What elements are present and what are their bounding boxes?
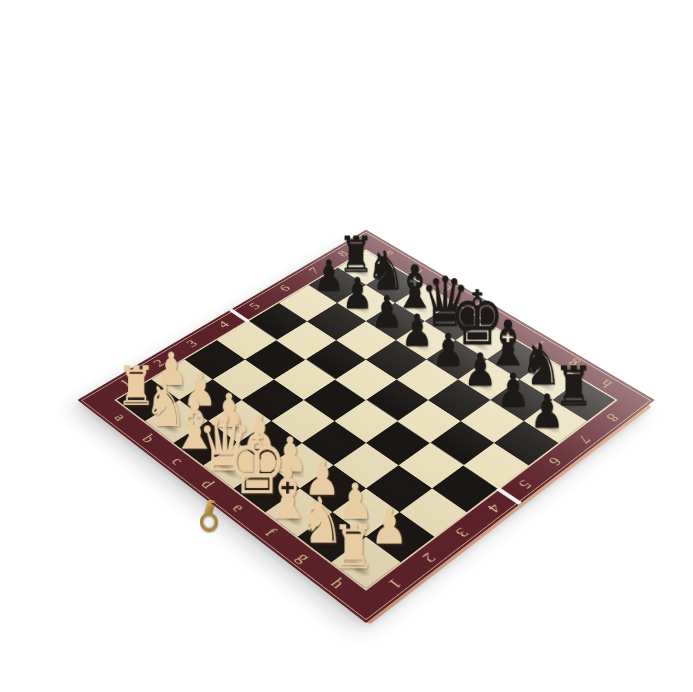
clasp-hook-ring [198,511,220,534]
piece-shadow [496,355,526,374]
piece-shadow [467,374,497,393]
piece-shadow [213,460,243,482]
piece-shadow [183,437,213,458]
board-scene: ♜♞♝♛♚♝♞♜♟♟♟♟♟♟♟♟♟♟♟♟♟♟♟♟♜♞♝♛♚♝♞♜ aa88bb7… [162,196,570,604]
piece-shadow [310,483,341,506]
piece-shadow [217,416,246,437]
piece-shadow [154,416,183,437]
piece-shadow [562,395,593,415]
piece-shadow [126,395,154,415]
playing-area: ♜♞♝♛♚♝♞♜♟♟♟♟♟♟♟♟♟♟♟♟♟♟♟♟♜♞♝♛♚♝♞♜ [117,251,615,589]
board-top-layer: ♜♞♝♛♚♝♞♜♟♟♟♟♟♟♟♟♟♟♟♟♟♟♟♟♜♞♝♛♚♝♞♜ aa88bb7… [162,196,570,604]
piece-shadow [308,531,340,555]
clasp-anchor [175,495,216,523]
rank-label-8: 8 [587,400,637,435]
product-photo-chess-set: ♜♞♝♛♚♝♞♜♟♟♟♟♟♟♟♟♟♟♟♟♟♟♟♟♜♞♝♛♚♝♞♜ aa88bb7… [0,0,693,692]
piece-shadow [244,483,275,506]
piece-shadow [342,556,375,581]
brass-clasp [200,500,219,536]
piece-shadow [533,416,564,437]
fold-seam-gap-right [496,487,522,505]
chess-board: ♜♞♝♛♚♝♞♜♟♟♟♟♟♟♟♟♟♟♟♟♟♟♟♟♜♞♝♛♚♝♞♜ aa88bb7… [78,230,655,623]
square-h7[interactable]: ♟ [524,400,587,443]
piece-shadow [275,506,307,529]
